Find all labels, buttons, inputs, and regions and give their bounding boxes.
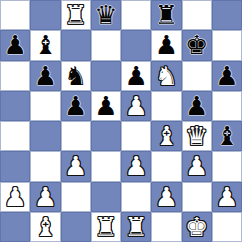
- white-queen[interactable]: ♛: [185, 121, 208, 151]
- square-b7[interactable]: ♝: [30, 30, 60, 60]
- square-e7[interactable]: [121, 30, 151, 60]
- square-c5[interactable]: ♟: [61, 91, 91, 121]
- chess-board: ♜♛♜♟♝♟♚♟♞♟♞♟♟♟♟♟♝♛♝♟♟♟♟♟♟♟♝♜♜♚: [0, 0, 242, 242]
- square-h4[interactable]: ♝: [212, 121, 242, 151]
- square-f8[interactable]: ♜: [151, 0, 181, 30]
- square-d1[interactable]: ♜: [91, 212, 121, 242]
- white-pawn[interactable]: ♟: [3, 182, 26, 212]
- square-f3[interactable]: [151, 151, 181, 181]
- square-c6[interactable]: ♞: [61, 61, 91, 91]
- square-h7[interactable]: [212, 30, 242, 60]
- square-b6[interactable]: ♟: [30, 61, 60, 91]
- white-bishop[interactable]: ♝: [155, 121, 178, 151]
- white-king[interactable]: ♚: [185, 212, 208, 242]
- square-c2[interactable]: [61, 182, 91, 212]
- square-g5[interactable]: ♟: [182, 91, 212, 121]
- square-e8[interactable]: [121, 0, 151, 30]
- square-b8[interactable]: [30, 0, 60, 30]
- white-pawn[interactable]: ♟: [124, 91, 147, 121]
- square-a3[interactable]: [0, 151, 30, 181]
- square-h3[interactable]: [212, 151, 242, 181]
- square-a8[interactable]: [0, 0, 30, 30]
- white-pawn[interactable]: ♟: [155, 182, 178, 212]
- square-f7[interactable]: ♟: [151, 30, 181, 60]
- square-b2[interactable]: ♟: [30, 182, 60, 212]
- black-bishop[interactable]: ♝: [215, 121, 238, 151]
- white-pawn[interactable]: ♟: [185, 151, 208, 181]
- square-d2[interactable]: [91, 182, 121, 212]
- black-pawn[interactable]: ♟: [64, 91, 87, 121]
- square-d8[interactable]: ♛: [91, 0, 121, 30]
- square-g1[interactable]: ♚: [182, 212, 212, 242]
- black-pawn[interactable]: ♟: [215, 61, 238, 91]
- square-f1[interactable]: [151, 212, 181, 242]
- square-d4[interactable]: [91, 121, 121, 151]
- square-g7[interactable]: ♚: [182, 30, 212, 60]
- square-c1[interactable]: [61, 212, 91, 242]
- square-a2[interactable]: ♟: [0, 182, 30, 212]
- square-d7[interactable]: [91, 30, 121, 60]
- black-pawn[interactable]: ♟: [34, 61, 57, 91]
- square-d3[interactable]: [91, 151, 121, 181]
- square-e2[interactable]: [121, 182, 151, 212]
- square-b5[interactable]: [30, 91, 60, 121]
- square-e6[interactable]: ♟: [121, 61, 151, 91]
- white-pawn[interactable]: ♟: [215, 182, 238, 212]
- square-g3[interactable]: ♟: [182, 151, 212, 181]
- square-g2[interactable]: [182, 182, 212, 212]
- square-d5[interactable]: ♟: [91, 91, 121, 121]
- black-pawn[interactable]: ♟: [155, 30, 178, 60]
- square-a7[interactable]: ♟: [0, 30, 30, 60]
- square-e3[interactable]: ♟: [121, 151, 151, 181]
- white-pawn[interactable]: ♟: [34, 182, 57, 212]
- square-d6[interactable]: [91, 61, 121, 91]
- square-e4[interactable]: [121, 121, 151, 151]
- white-bishop[interactable]: ♝: [34, 212, 57, 242]
- square-f5[interactable]: [151, 91, 181, 121]
- white-rook[interactable]: ♜: [124, 212, 147, 242]
- black-pawn[interactable]: ♟: [3, 30, 26, 60]
- black-pawn[interactable]: ♟: [124, 61, 147, 91]
- black-queen[interactable]: ♛: [94, 0, 117, 30]
- square-a5[interactable]: [0, 91, 30, 121]
- square-h6[interactable]: ♟: [212, 61, 242, 91]
- black-king[interactable]: ♚: [185, 30, 208, 60]
- square-g6[interactable]: [182, 61, 212, 91]
- square-h5[interactable]: [212, 91, 242, 121]
- square-e5[interactable]: ♟: [121, 91, 151, 121]
- white-pawn[interactable]: ♟: [124, 151, 147, 181]
- square-h2[interactable]: ♟: [212, 182, 242, 212]
- square-h1[interactable]: [212, 212, 242, 242]
- square-b4[interactable]: [30, 121, 60, 151]
- white-pawn[interactable]: ♟: [64, 151, 87, 181]
- square-c4[interactable]: [61, 121, 91, 151]
- square-b1[interactable]: ♝: [30, 212, 60, 242]
- black-pawn[interactable]: ♟: [94, 91, 117, 121]
- white-rook[interactable]: ♜: [94, 212, 117, 242]
- black-rook[interactable]: ♜: [155, 0, 178, 30]
- square-f4[interactable]: ♝: [151, 121, 181, 151]
- square-a4[interactable]: [0, 121, 30, 151]
- square-g8[interactable]: [182, 0, 212, 30]
- square-c8[interactable]: ♜: [61, 0, 91, 30]
- square-a1[interactable]: [0, 212, 30, 242]
- black-knight[interactable]: ♞: [64, 61, 87, 91]
- square-a6[interactable]: [0, 61, 30, 91]
- square-c3[interactable]: ♟: [61, 151, 91, 181]
- square-g4[interactable]: ♛: [182, 121, 212, 151]
- square-f2[interactable]: ♟: [151, 182, 181, 212]
- white-rook[interactable]: ♜: [64, 0, 87, 30]
- square-e1[interactable]: ♜: [121, 212, 151, 242]
- square-c7[interactable]: [61, 30, 91, 60]
- white-knight[interactable]: ♞: [155, 61, 178, 91]
- square-f6[interactable]: ♞: [151, 61, 181, 91]
- square-h8[interactable]: [212, 0, 242, 30]
- black-pawn[interactable]: ♟: [185, 91, 208, 121]
- black-bishop[interactable]: ♝: [34, 30, 57, 60]
- square-b3[interactable]: [30, 151, 60, 181]
